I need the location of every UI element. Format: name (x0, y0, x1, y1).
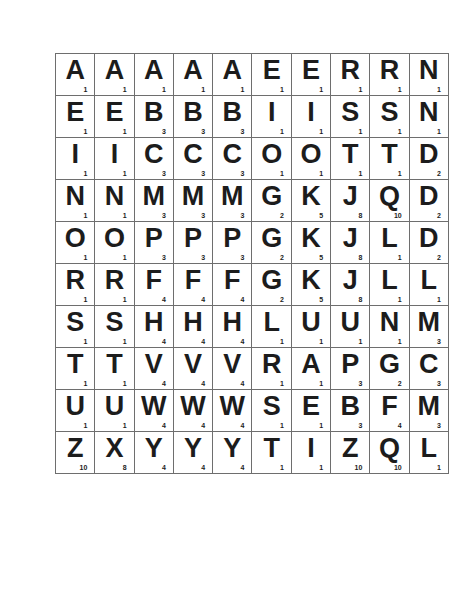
tile-point-value: 8 (123, 464, 127, 471)
tile-point-value: 3 (358, 422, 362, 429)
tile-letter: J (343, 225, 358, 252)
tile-letter: L (381, 225, 398, 252)
tile-letter: E (302, 393, 320, 420)
tile-B-r2c5: B3 (213, 96, 252, 138)
tile-letter: E (302, 57, 320, 84)
tile-point-value: 1 (437, 86, 441, 93)
tile-N-r4c1: N1 (56, 180, 95, 222)
tile-letter: M (418, 309, 441, 336)
tile-point-value: 2 (437, 254, 441, 261)
tile-letter: G (261, 183, 282, 210)
tile-point-value: 3 (162, 212, 166, 219)
tile-A-r1c2: A1 (95, 54, 134, 96)
tile-G-r5c6: G2 (252, 222, 291, 264)
tile-point-value: 1 (398, 296, 402, 303)
tile-letter: U (105, 393, 125, 420)
tile-I-r2c6: I1 (252, 96, 291, 138)
tile-R-r8c6: R1 (252, 348, 291, 390)
tile-R-r1c8: R1 (331, 54, 370, 96)
tile-letter: N (419, 99, 439, 126)
tile-letter: A (105, 57, 125, 84)
tile-point-value: 1 (319, 380, 323, 387)
tile-H-r7c5: H4 (213, 306, 252, 348)
tile-C-r3c3: C3 (135, 138, 174, 180)
tile-point-value: 3 (437, 338, 441, 345)
tile-point-value: 3 (241, 128, 245, 135)
tile-Q-r10c9: Q10 (370, 432, 409, 474)
tile-letter: O (104, 225, 125, 252)
tile-letter: F (185, 267, 202, 294)
tile-letter: U (340, 309, 360, 336)
tile-point-value: 1 (358, 128, 362, 135)
tile-letter: F (381, 393, 398, 420)
tile-T-r10c6: T1 (252, 432, 291, 474)
tile-U-r7c7: U1 (292, 306, 331, 348)
tile-point-value: 1 (241, 86, 245, 93)
tile-point-value: 2 (280, 254, 284, 261)
tile-E-r2c1: E1 (56, 96, 95, 138)
tile-letter: X (105, 435, 123, 462)
tile-letter: N (419, 57, 439, 84)
tile-point-value: 1 (319, 86, 323, 93)
tile-letter: Q (379, 435, 400, 462)
tile-letter: G (379, 351, 400, 378)
tile-T-r3c9: T1 (370, 138, 409, 180)
tile-letter: C (183, 141, 203, 168)
tile-point-value: 4 (241, 422, 245, 429)
tile-point-value: 4 (162, 296, 166, 303)
tile-T-r8c1: T1 (56, 348, 95, 390)
tile-L-r6c9: L1 (370, 264, 409, 306)
tile-letter: R (105, 267, 125, 294)
tile-point-value: 1 (280, 128, 284, 135)
tile-K-r6c7: K5 (292, 264, 331, 306)
tile-point-value: 1 (358, 170, 362, 177)
tile-point-value: 2 (280, 296, 284, 303)
tile-S-r7c2: S1 (95, 306, 134, 348)
tile-H-r7c4: H4 (174, 306, 213, 348)
tile-M-r9c10: M3 (410, 390, 449, 432)
tile-letter: R (262, 351, 282, 378)
tile-letter: R (65, 267, 85, 294)
tile-point-value: 4 (241, 464, 245, 471)
tile-point-value: 8 (358, 296, 362, 303)
tile-point-value: 1 (358, 338, 362, 345)
tile-P-r5c5: P3 (213, 222, 252, 264)
tile-point-value: 3 (241, 212, 245, 219)
tile-letter: N (105, 183, 125, 210)
tile-letter: D (419, 183, 439, 210)
tile-S-r9c6: S1 (252, 390, 291, 432)
tile-W-r9c5: W4 (213, 390, 252, 432)
tile-S-r2c9: S1 (370, 96, 409, 138)
tile-point-value: 1 (123, 128, 127, 135)
tile-G-r8c9: G2 (370, 348, 409, 390)
tile-letter: A (223, 57, 243, 84)
tile-letter: I (307, 99, 315, 126)
tile-U-r7c8: U1 (331, 306, 370, 348)
tile-point-value: 1 (280, 422, 284, 429)
tile-L-r6c10: L1 (410, 264, 449, 306)
tile-point-value: 4 (241, 296, 245, 303)
tile-letter: Z (342, 435, 359, 462)
tile-letter: U (301, 309, 321, 336)
tile-D-r3c10: D2 (410, 138, 449, 180)
tile-letter: O (300, 141, 321, 168)
tile-G-r6c6: G2 (252, 264, 291, 306)
tile-C-r8c10: C3 (410, 348, 449, 390)
tile-letter: H (144, 309, 164, 336)
tile-point-value: 1 (319, 464, 323, 471)
tile-letter: Y (223, 435, 241, 462)
tile-point-value: 1 (398, 254, 402, 261)
tile-F-r9c9: F4 (370, 390, 409, 432)
tile-P-r8c8: P3 (331, 348, 370, 390)
tile-Q-r4c9: Q10 (370, 180, 409, 222)
tile-letter: E (263, 57, 281, 84)
tile-S-r7c1: S1 (56, 306, 95, 348)
tile-Z-r10c1: Z10 (56, 432, 95, 474)
tile-letter: L (381, 267, 398, 294)
tile-letter: A (183, 57, 203, 84)
tile-letter: B (340, 393, 360, 420)
tile-point-value: 1 (398, 338, 402, 345)
tile-D-r5c10: D2 (410, 222, 449, 264)
tile-L-r10c10: L1 (410, 432, 449, 474)
tile-P-r5c3: P3 (135, 222, 174, 264)
tile-letter: W (141, 393, 166, 420)
tile-letter: R (340, 57, 360, 84)
tile-H-r7c3: H4 (135, 306, 174, 348)
tile-letter: A (301, 351, 321, 378)
document-page: A1A1A1A1A1E1E1R1R1N1E1E1B3B3B3I1I1S1S1N1… (0, 0, 474, 613)
tile-point-value: 3 (201, 128, 205, 135)
tile-point-value: 1 (123, 254, 127, 261)
tile-point-value: 3 (162, 254, 166, 261)
tile-letter: B (223, 99, 243, 126)
tile-letter: P (145, 225, 163, 252)
tile-F-r6c5: F4 (213, 264, 252, 306)
tile-letter: S (341, 99, 359, 126)
tile-point-value: 8 (358, 254, 362, 261)
tile-point-value: 1 (319, 338, 323, 345)
tile-point-value: 3 (437, 380, 441, 387)
tile-L-r5c9: L1 (370, 222, 409, 264)
tile-point-value: 4 (201, 464, 205, 471)
tile-point-value: 1 (83, 422, 87, 429)
tile-I-r3c1: I1 (56, 138, 95, 180)
tile-point-value: 3 (162, 170, 166, 177)
tile-point-value: 1 (398, 128, 402, 135)
tile-point-value: 1 (123, 422, 127, 429)
tile-N-r1c10: N1 (410, 54, 449, 96)
tile-I-r3c2: I1 (95, 138, 134, 180)
tile-point-value: 3 (241, 170, 245, 177)
tile-point-value: 1 (123, 86, 127, 93)
tile-point-value: 5 (319, 254, 323, 261)
tile-letter: K (301, 267, 321, 294)
tile-A-r1c5: A1 (213, 54, 252, 96)
tile-point-value: 1 (83, 212, 87, 219)
tile-point-value: 1 (358, 86, 362, 93)
tile-U-r9c2: U1 (95, 390, 134, 432)
tile-point-value: 3 (241, 254, 245, 261)
tile-S-r2c8: S1 (331, 96, 370, 138)
tile-point-value: 1 (437, 464, 441, 471)
tile-letter: T (106, 351, 123, 378)
tile-V-r8c3: V4 (135, 348, 174, 390)
tile-R-r6c1: R1 (56, 264, 95, 306)
tile-letter: L (421, 267, 438, 294)
tile-letter: S (263, 393, 281, 420)
tile-letter: S (381, 99, 399, 126)
tile-E-r1c7: E1 (292, 54, 331, 96)
tile-letter: J (343, 267, 358, 294)
tile-point-value: 4 (201, 380, 205, 387)
tile-J-r5c8: J8 (331, 222, 370, 264)
tile-B-r2c4: B3 (174, 96, 213, 138)
tile-point-value: 3 (162, 128, 166, 135)
tile-B-r2c3: B3 (135, 96, 174, 138)
tile-letter: H (183, 309, 203, 336)
tile-letter: M (142, 183, 165, 210)
tile-M-r4c3: M3 (135, 180, 174, 222)
tile-letter: W (180, 393, 205, 420)
tile-point-value: 2 (437, 170, 441, 177)
tile-point-value: 1 (83, 254, 87, 261)
tile-I-r2c7: I1 (292, 96, 331, 138)
tile-letter: M (182, 183, 205, 210)
tile-O-r5c1: O1 (56, 222, 95, 264)
tile-point-value: 3 (201, 212, 205, 219)
tile-letter: O (261, 141, 282, 168)
tile-point-value: 1 (319, 170, 323, 177)
tile-U-r9c1: U1 (56, 390, 95, 432)
tile-point-value: 4 (241, 338, 245, 345)
tile-point-value: 1 (201, 86, 205, 93)
tile-M-r4c4: M3 (174, 180, 213, 222)
tile-point-value: 1 (319, 422, 323, 429)
tile-point-value: 3 (358, 380, 362, 387)
tile-W-r9c4: W4 (174, 390, 213, 432)
tile-point-value: 5 (319, 296, 323, 303)
tile-point-value: 4 (241, 380, 245, 387)
tile-R-r1c9: R1 (370, 54, 409, 96)
tile-letter: C (223, 141, 243, 168)
tile-V-r8c4: V4 (174, 348, 213, 390)
tile-letter: J (343, 183, 358, 210)
tile-point-value: 1 (123, 338, 127, 345)
tile-point-value: 1 (398, 170, 402, 177)
tile-I-r10c7: I1 (292, 432, 331, 474)
tile-point-value: 10 (394, 212, 402, 219)
tile-point-value: 8 (358, 212, 362, 219)
tile-letter: P (341, 351, 359, 378)
tile-letter: P (184, 225, 202, 252)
tile-letter: Z (67, 435, 84, 462)
tile-A-r1c1: A1 (56, 54, 95, 96)
tile-point-value: 1 (162, 86, 166, 93)
tile-point-value: 1 (123, 212, 127, 219)
tile-point-value: 1 (398, 86, 402, 93)
tile-C-r3c5: C3 (213, 138, 252, 180)
tile-point-value: 2 (437, 212, 441, 219)
tile-point-value: 1 (83, 128, 87, 135)
tile-point-value: 1 (83, 296, 87, 303)
tile-D-r4c10: D2 (410, 180, 449, 222)
tile-L-r7c6: L1 (252, 306, 291, 348)
tile-P-r5c4: P3 (174, 222, 213, 264)
tile-point-value: 10 (80, 464, 88, 471)
tile-letter: M (418, 393, 441, 420)
tile-J-r4c8: J8 (331, 180, 370, 222)
tile-point-value: 4 (201, 296, 205, 303)
tile-letter: S (105, 309, 123, 336)
tile-letter: V (145, 351, 163, 378)
tile-letter: I (71, 141, 79, 168)
tile-point-value: 1 (83, 86, 87, 93)
tile-point-value: 4 (162, 422, 166, 429)
tile-letter: H (223, 309, 243, 336)
tile-letter: O (65, 225, 86, 252)
tile-letter: I (111, 141, 119, 168)
tile-letter: I (268, 99, 276, 126)
tile-letter: T (381, 141, 398, 168)
tile-O-r3c6: O1 (252, 138, 291, 180)
tile-letter: B (144, 99, 164, 126)
tile-F-r6c4: F4 (174, 264, 213, 306)
tile-R-r6c2: R1 (95, 264, 134, 306)
tile-point-value: 1 (83, 380, 87, 387)
tile-E-r1c6: E1 (252, 54, 291, 96)
tile-X-r10c2: X8 (95, 432, 134, 474)
tile-point-value: 1 (123, 296, 127, 303)
tile-A-r1c3: A1 (135, 54, 174, 96)
tile-C-r3c4: C3 (174, 138, 213, 180)
tile-letter: T (342, 141, 359, 168)
tile-letter: T (263, 435, 280, 462)
tile-letter: V (223, 351, 241, 378)
tile-letter: E (66, 99, 84, 126)
tile-point-value: 1 (280, 170, 284, 177)
tile-point-value: 4 (162, 338, 166, 345)
tile-point-value: 10 (394, 464, 402, 471)
tile-letter: G (261, 267, 282, 294)
tile-point-value: 1 (83, 338, 87, 345)
tile-point-value: 2 (280, 212, 284, 219)
tile-Z-r10c8: Z10 (331, 432, 370, 474)
tile-M-r4c5: M3 (213, 180, 252, 222)
tile-letter: C (419, 351, 439, 378)
tile-point-value: 1 (123, 380, 127, 387)
tile-letter: N (380, 309, 400, 336)
tile-T-r8c2: T1 (95, 348, 134, 390)
tile-letter: F (224, 267, 241, 294)
tile-point-value: 10 (355, 464, 363, 471)
tile-F-r6c3: F4 (135, 264, 174, 306)
tile-letter: Y (145, 435, 163, 462)
tile-Y-r10c5: Y4 (213, 432, 252, 474)
tile-point-value: 1 (123, 170, 127, 177)
tile-point-value: 1 (280, 338, 284, 345)
tile-letter: F (145, 267, 162, 294)
tile-point-value: 1 (280, 464, 284, 471)
tile-letter: K (301, 225, 321, 252)
tile-J-r6c8: J8 (331, 264, 370, 306)
tile-point-value: 1 (83, 170, 87, 177)
tile-point-value: 3 (201, 254, 205, 261)
tile-point-value: 1 (319, 128, 323, 135)
tile-letter: K (301, 183, 321, 210)
tile-O-r3c7: O1 (292, 138, 331, 180)
tile-letter: G (261, 225, 282, 252)
tile-letter: U (65, 393, 85, 420)
tile-letter: L (421, 435, 438, 462)
tile-letter: S (66, 309, 84, 336)
tile-letter: P (223, 225, 241, 252)
tile-A-r1c4: A1 (174, 54, 213, 96)
tile-letter: D (419, 225, 439, 252)
tile-N-r7c9: N1 (370, 306, 409, 348)
tile-W-r9c3: W4 (135, 390, 174, 432)
tile-letter: E (105, 99, 123, 126)
tile-Y-r10c3: Y4 (135, 432, 174, 474)
tile-letter: T (67, 351, 84, 378)
scrabble-tile-grid: A1A1A1A1A1E1E1R1R1N1E1E1B3B3B3I1I1S1S1N1… (55, 53, 449, 474)
tile-B-r9c8: B3 (331, 390, 370, 432)
tile-point-value: 5 (319, 212, 323, 219)
tile-point-value: 1 (437, 296, 441, 303)
tile-V-r8c5: V4 (213, 348, 252, 390)
tile-letter: A (144, 57, 164, 84)
tile-letter: Y (184, 435, 202, 462)
tile-A-r8c7: A1 (292, 348, 331, 390)
tile-letter: A (65, 57, 85, 84)
tile-point-value: 3 (437, 422, 441, 429)
tile-G-r4c6: G2 (252, 180, 291, 222)
tile-letter: V (184, 351, 202, 378)
tile-letter: L (263, 309, 280, 336)
tile-point-value: 4 (162, 380, 166, 387)
tile-letter: B (183, 99, 203, 126)
tile-point-value: 4 (201, 338, 205, 345)
tile-N-r4c2: N1 (95, 180, 134, 222)
tile-point-value: 2 (398, 380, 402, 387)
tile-point-value: 1 (280, 86, 284, 93)
tile-K-r5c7: K5 (292, 222, 331, 264)
tile-letter: C (144, 141, 164, 168)
tile-letter: I (307, 435, 315, 462)
tile-letter: N (65, 183, 85, 210)
tile-T-r3c8: T1 (331, 138, 370, 180)
tile-O-r5c2: O1 (95, 222, 134, 264)
tile-letter: Q (379, 183, 400, 210)
tile-N-r2c10: N1 (410, 96, 449, 138)
tile-point-value: 1 (437, 128, 441, 135)
tile-point-value: 4 (201, 422, 205, 429)
tile-M-r7c10: M3 (410, 306, 449, 348)
tile-letter: W (220, 393, 245, 420)
tile-E-r9c7: E1 (292, 390, 331, 432)
tile-point-value: 1 (280, 380, 284, 387)
tile-point-value: 4 (162, 464, 166, 471)
tile-point-value: 3 (201, 170, 205, 177)
tile-letter: D (419, 141, 439, 168)
tile-E-r2c2: E1 (95, 96, 134, 138)
tile-letter: R (380, 57, 400, 84)
tile-letter: M (221, 183, 244, 210)
tile-K-r4c7: K5 (292, 180, 331, 222)
